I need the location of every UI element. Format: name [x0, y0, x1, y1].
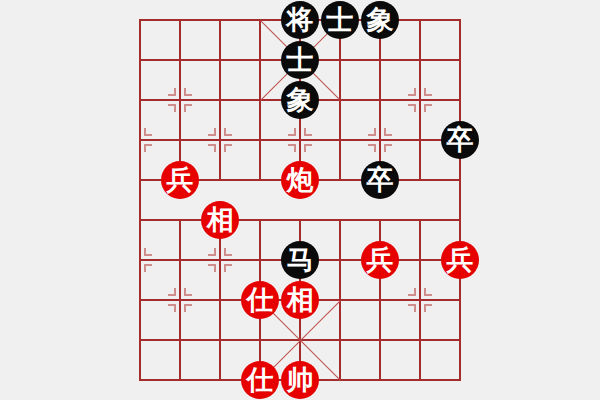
- point-marker: [144, 248, 152, 256]
- point-marker: [184, 288, 192, 296]
- point-marker: [144, 128, 152, 136]
- grid-line-vertical: [419, 219, 421, 381]
- xiangqi-board[interactable]: 将士象士象卒兵炮卒相马兵兵仕相仕帅: [0, 0, 600, 400]
- piece-red-soldier[interactable]: 兵: [441, 241, 479, 279]
- point-marker: [144, 144, 152, 152]
- point-marker: [408, 104, 416, 112]
- piece-red-elephant[interactable]: 相: [201, 201, 239, 239]
- piece-black-soldier[interactable]: 卒: [361, 161, 399, 199]
- grid-line-vertical: [219, 219, 221, 381]
- point-marker: [168, 104, 176, 112]
- point-marker: [184, 304, 192, 312]
- piece-red-advisor[interactable]: 仕: [241, 361, 279, 399]
- point-marker: [208, 264, 216, 272]
- point-marker: [224, 248, 232, 256]
- piece-red-advisor[interactable]: 仕: [241, 281, 279, 319]
- point-marker: [368, 128, 376, 136]
- grid-line-vertical: [179, 19, 181, 181]
- piece-black-elephant[interactable]: 象: [361, 1, 399, 39]
- point-marker: [288, 144, 296, 152]
- piece-red-soldier[interactable]: 兵: [161, 161, 199, 199]
- grid-line-vertical: [459, 19, 461, 381]
- point-marker: [384, 144, 392, 152]
- point-marker: [304, 128, 312, 136]
- point-marker: [208, 128, 216, 136]
- point-marker: [288, 128, 296, 136]
- piece-red-elephant[interactable]: 相: [281, 281, 319, 319]
- grid-line-vertical: [179, 219, 181, 381]
- point-marker: [424, 104, 432, 112]
- piece-black-elephant[interactable]: 象: [281, 81, 319, 119]
- point-marker: [224, 264, 232, 272]
- piece-black-soldier[interactable]: 卒: [441, 121, 479, 159]
- grid-line-vertical: [219, 19, 221, 181]
- point-marker: [208, 144, 216, 152]
- point-marker: [424, 304, 432, 312]
- piece-red-soldier[interactable]: 兵: [361, 241, 399, 279]
- grid-line-vertical: [419, 19, 421, 181]
- point-marker: [168, 88, 176, 96]
- point-marker: [368, 144, 376, 152]
- point-marker: [424, 288, 432, 296]
- point-marker: [184, 104, 192, 112]
- point-marker: [184, 88, 192, 96]
- point-marker: [408, 88, 416, 96]
- point-marker: [144, 264, 152, 272]
- point-marker: [384, 128, 392, 136]
- piece-black-advisor[interactable]: 士: [321, 1, 359, 39]
- grid-line-vertical: [139, 19, 141, 381]
- point-marker: [304, 144, 312, 152]
- grid-line-vertical: [379, 19, 381, 181]
- point-marker: [424, 88, 432, 96]
- piece-red-cannon[interactable]: 炮: [281, 161, 319, 199]
- piece-black-advisor[interactable]: 士: [281, 41, 319, 79]
- point-marker: [224, 128, 232, 136]
- piece-black-horse[interactable]: 马: [281, 241, 319, 279]
- piece-black-general[interactable]: 将: [281, 1, 319, 39]
- xiangqi-app: 将士象士象卒兵炮卒相马兵兵仕相仕帅: [0, 0, 600, 400]
- point-marker: [408, 304, 416, 312]
- point-marker: [168, 288, 176, 296]
- piece-red-general[interactable]: 帅: [281, 361, 319, 399]
- point-marker: [224, 144, 232, 152]
- point-marker: [408, 288, 416, 296]
- point-marker: [208, 248, 216, 256]
- point-marker: [168, 304, 176, 312]
